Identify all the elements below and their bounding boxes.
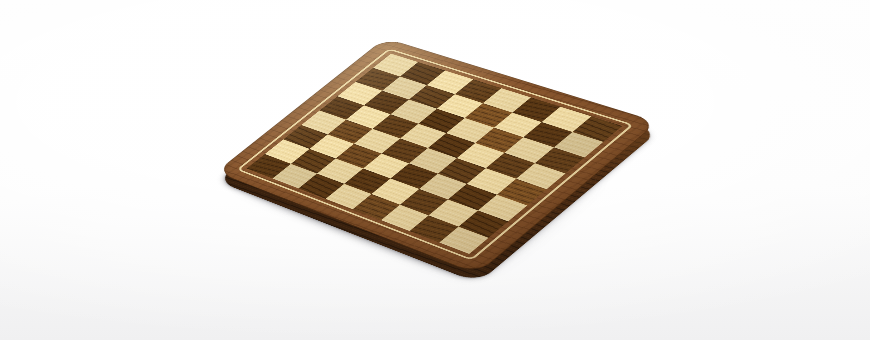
chessboard <box>216 38 658 274</box>
squares-grid <box>247 54 623 254</box>
photo-background <box>0 0 870 340</box>
